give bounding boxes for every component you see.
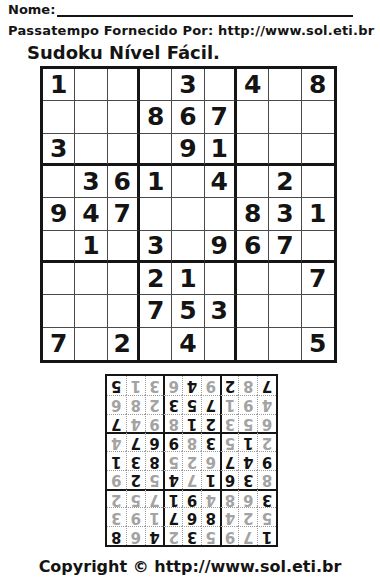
solution-cell-r6c2: 1 [238,432,257,451]
puzzle-cell-r6c3[interactable] [108,231,140,263]
puzzle-cell-r3c9[interactable] [302,134,334,166]
solution-cell-r6c8: 7 [126,432,145,451]
solution-cell-r1c9: 8 [107,526,126,545]
puzzle-cell-r4c6[interactable]: 4 [205,166,237,198]
solution-cell-r8c9: 6 [107,395,126,414]
solution-cell-r1c7: 4 [145,526,164,545]
puzzle-cell-r9c7[interactable] [237,328,269,360]
solution-cell-r2c6: 7 [163,507,182,526]
solution-cell-r2c1: 5 [257,507,276,526]
puzzle-cell-r8c9[interactable] [302,295,334,327]
solution-cell-r8c4: 7 [201,395,220,414]
puzzle-cell-r2c4[interactable]: 8 [140,101,172,133]
solution-cell-r5c6: 5 [163,451,182,470]
solution-cell-r7c9: 7 [107,414,126,433]
puzzle-cell-r6c8[interactable]: 7 [269,231,301,263]
solution-cell-r4c1: 8 [257,470,276,489]
puzzle-cell-r9c5[interactable]: 4 [172,328,204,360]
solution-cell-r9c2: 8 [238,376,257,395]
copyright-text: Copyright © http://www.sol.eti.br [0,557,380,576]
solution-cell-r6c4: 3 [201,432,220,451]
puzzle-cell-r1c4[interactable] [140,69,172,101]
puzzle-cell-r6c4[interactable]: 3 [140,231,172,263]
solution-cell-r3c7: 7 [145,489,164,508]
solution-cell-r2c3: 4 [220,507,239,526]
solution-cell-r7c2: 5 [238,414,257,433]
solution-cell-r5c5: 2 [182,451,201,470]
solution-cell-r6c7: 6 [145,432,164,451]
puzzle-cell-r4c2[interactable]: 3 [75,166,107,198]
solution-cell-r7c3: 3 [220,414,239,433]
puzzle-cell-r8c1[interactable] [43,295,75,327]
solution-cell-r2c5: 6 [182,507,201,526]
solution-cell-r8c8: 8 [126,395,145,414]
puzzle-cell-r8c6[interactable]: 3 [205,295,237,327]
puzzle-cell-r3c4[interactable] [140,134,172,166]
solution-cell-r1c5: 3 [182,526,201,545]
puzzle-cell-r5c9[interactable]: 1 [302,198,334,230]
solution-cell-r4c2: 3 [238,470,257,489]
puzzle-cell-r3c2[interactable] [75,134,107,166]
solution-cell-r8c3: 1 [220,395,239,414]
puzzle-cell-r5c6[interactable] [205,198,237,230]
puzzle-cell-r4c7[interactable] [237,166,269,198]
puzzle-cell-r9c3[interactable]: 2 [108,328,140,360]
puzzle-cell-r5c2[interactable]: 4 [75,198,107,230]
solution-cell-r2c8: 9 [126,507,145,526]
puzzle-cell-r6c6[interactable]: 9 [205,231,237,263]
solution-cell-r9c9: 5 [107,376,126,395]
puzzle-cell-r3c5[interactable]: 9 [172,134,204,166]
puzzle-cell-r5c8[interactable]: 3 [269,198,301,230]
solution-cell-r4c4: 1 [201,470,220,489]
solution-cell-r4c8: 2 [126,470,145,489]
solution-cell-r2c4: 8 [201,507,220,526]
solution-cell-r1c1: 1 [257,526,276,545]
solution-cell-r3c4: 4 [201,489,220,508]
puzzle-cell-r9c8[interactable] [269,328,301,360]
puzzle-cell-r7c2[interactable] [75,263,107,295]
solution-cell-r7c5: 1 [182,414,201,433]
solution-cell-r4c3: 6 [220,470,239,489]
puzzle-cell-r7c8[interactable] [269,263,301,295]
puzzle-cell-r4c4[interactable]: 1 [140,166,172,198]
solution-cell-r8c1: 4 [257,395,276,414]
puzzle-cell-r2c5[interactable]: 6 [172,101,204,133]
solution-cell-r7c6: 8 [163,414,182,433]
puzzle-cell-r6c1[interactable] [43,231,75,263]
name-row: Nome: [8,2,353,17]
solution-cell-r3c3: 8 [220,489,239,508]
puzzle-cell-r3c6[interactable]: 1 [205,134,237,166]
puzzle-cell-r7c6[interactable] [205,263,237,295]
solution-cell-r5c3: 7 [220,451,239,470]
puzzle-cell-r1c8[interactable] [269,69,301,101]
puzzle-cell-r3c1[interactable]: 3 [43,134,75,166]
solution-cell-r9c4: 9 [201,376,220,395]
puzzle-cell-r2c2[interactable] [75,101,107,133]
puzzle-cell-r6c5[interactable] [172,231,204,263]
solution-cell-r3c8: 5 [126,489,145,508]
solution-cell-r9c5: 4 [182,376,201,395]
solution-cell-r9c7: 3 [145,376,164,395]
puzzle-cell-r9c2[interactable] [75,328,107,360]
puzzle-cell-r1c2[interactable] [75,69,107,101]
solution-cell-r1c3: 9 [220,526,239,545]
page-title: Sudoku Nível Fácil. [27,42,220,63]
puzzle-cell-r1c1[interactable]: 1 [43,69,75,101]
solution-cell-r9c8: 1 [126,376,145,395]
puzzle-cell-r4c3[interactable]: 6 [108,166,140,198]
solution-cell-r3c1: 3 [257,489,276,508]
solution-cell-r7c7: 9 [145,414,164,433]
solution-cell-r8c7: 2 [145,395,164,414]
solution-cell-r5c1: 9 [257,451,276,470]
puzzle-cell-r4c1[interactable] [43,166,75,198]
puzzle-cell-r7c1[interactable] [43,263,75,295]
puzzle-cell-r9c1[interactable]: 7 [43,328,75,360]
puzzle-cell-r8c8[interactable] [269,295,301,327]
solution-cell-r1c2: 7 [238,526,257,545]
solution-cell-r1c8: 6 [126,526,145,545]
puzzle-cell-r1c9[interactable]: 8 [302,69,334,101]
sudoku-solution-grid-upside-down: 1795324685248671933684917528361745299476… [105,374,278,547]
name-label: Nome: [8,2,55,17]
sudoku-puzzle-grid: 134886739136142947831139672177537245 [40,66,337,363]
solution-cell-r3c2: 6 [238,489,257,508]
puzzle-cell-r5c7[interactable]: 8 [237,198,269,230]
puzzle-cell-r8c5[interactable]: 5 [172,295,204,327]
solution-cell-r1c4: 5 [201,526,220,545]
solution-cell-r7c8: 4 [126,414,145,433]
puzzle-cell-r8c4[interactable]: 7 [140,295,172,327]
solution-cell-r9c1: 7 [257,376,276,395]
solution-cell-r7c1: 6 [257,414,276,433]
solution-cell-r6c3: 5 [220,432,239,451]
puzzle-cell-r8c2[interactable] [75,295,107,327]
puzzle-cell-r9c4[interactable] [140,328,172,360]
puzzle-cell-r5c4[interactable] [140,198,172,230]
solution-cell-r9c6: 6 [163,376,182,395]
puzzle-cell-r5c5[interactable] [172,198,204,230]
solution-cell-r3c9: 2 [107,489,126,508]
puzzle-cell-r4c9[interactable] [302,166,334,198]
puzzle-cell-r3c3[interactable] [108,134,140,166]
puzzle-cell-r2c7[interactable] [237,101,269,133]
puzzle-cell-r2c3[interactable] [108,101,140,133]
solution-cell-r7c4: 2 [201,414,220,433]
puzzle-cell-r6c7[interactable]: 6 [237,231,269,263]
puzzle-cell-r8c7[interactable] [237,295,269,327]
puzzle-cell-r2c1[interactable] [43,101,75,133]
solution-cell-r5c7: 8 [145,451,164,470]
name-input-line[interactable] [57,3,353,17]
solution-cell-r8c6: 3 [163,395,182,414]
puzzle-cell-r6c2[interactable]: 1 [75,231,107,263]
solution-cell-r4c9: 9 [107,470,126,489]
solution-cell-r6c6: 9 [163,432,182,451]
puzzle-cell-r1c5[interactable]: 3 [172,69,204,101]
puzzle-cell-r3c8[interactable] [269,134,301,166]
puzzle-cell-r2c6[interactable]: 7 [205,101,237,133]
solution-cell-r4c7: 5 [145,470,164,489]
puzzle-cell-r7c5[interactable]: 1 [172,263,204,295]
solution-cell-r6c9: 4 [107,432,126,451]
solution-cell-r6c1: 2 [257,432,276,451]
solution-cell-r5c4: 6 [201,451,220,470]
solution-cell-r3c6: 1 [163,489,182,508]
puzzle-cell-r6c9[interactable] [302,231,334,263]
puzzle-cell-r3c7[interactable] [237,134,269,166]
solution-cell-r2c2: 2 [238,507,257,526]
solution-cell-r8c2: 9 [238,395,257,414]
solution-cell-r9c3: 2 [220,376,239,395]
puzzle-cell-r7c7[interactable] [237,263,269,295]
puzzle-cell-r1c3[interactable] [108,69,140,101]
solution-cell-r4c5: 7 [182,470,201,489]
puzzle-cell-r1c6[interactable] [205,69,237,101]
puzzle-cell-r9c6[interactable] [205,328,237,360]
puzzle-cell-r9c9[interactable]: 5 [302,328,334,360]
puzzle-cell-r1c7[interactable]: 4 [237,69,269,101]
solution-cell-r2c9: 3 [107,507,126,526]
puzzle-cell-r4c8[interactable]: 2 [269,166,301,198]
puzzle-cell-r2c9[interactable] [302,101,334,133]
solution-cell-r5c2: 4 [238,451,257,470]
solution-cell-r6c5: 8 [182,432,201,451]
solution-cell-r5c9: 1 [107,451,126,470]
puzzle-cell-r7c4[interactable]: 2 [140,263,172,295]
provided-by-text: Passatempo Fornecido Por: http://www.sol… [8,23,374,38]
puzzle-cell-r5c1[interactable]: 9 [43,198,75,230]
puzzle-cell-r7c9[interactable]: 7 [302,263,334,295]
solution-cell-r8c5: 5 [182,395,201,414]
solution-cell-r3c5: 9 [182,489,201,508]
puzzle-cell-r2c8[interactable] [269,101,301,133]
solution-cell-r2c7: 1 [145,507,164,526]
solution-cell-r4c6: 4 [163,470,182,489]
puzzle-cell-r4c5[interactable] [172,166,204,198]
solution-cell-r1c6: 2 [163,526,182,545]
puzzle-cell-r8c3[interactable] [108,295,140,327]
puzzle-cell-r5c3[interactable]: 7 [108,198,140,230]
solution-cell-r5c8: 3 [126,451,145,470]
puzzle-cell-r7c3[interactable] [108,263,140,295]
